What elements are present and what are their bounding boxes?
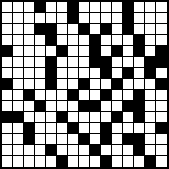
black-cell-r7c14	[156, 79, 167, 90]
black-cell-r1c11	[123, 13, 134, 24]
black-cell-r11c2	[24, 123, 35, 134]
black-cell-r2c7	[79, 24, 90, 35]
white-cell-r11c13[interactable]	[145, 123, 156, 134]
white-cell-r1c9[interactable]	[101, 13, 112, 24]
white-cell-r12c5[interactable]	[57, 134, 68, 145]
white-cell-r3c9[interactable]	[101, 35, 112, 46]
white-cell-r13c6[interactable]	[68, 145, 79, 156]
white-cell-r9c9[interactable]	[101, 101, 112, 112]
white-cell-r10c6[interactable]	[68, 112, 79, 123]
white-cell-r0c12[interactable]	[134, 2, 145, 13]
white-cell-r3c11[interactable]	[123, 35, 134, 46]
white-cell-r2c1[interactable]	[13, 24, 24, 35]
white-cell-r3c2[interactable]	[24, 35, 35, 46]
black-cell-r9c3	[35, 101, 46, 112]
black-cell-r4c12	[134, 46, 145, 57]
white-cell-r0c2[interactable]	[24, 2, 35, 13]
black-cell-r5c13	[145, 57, 156, 68]
white-cell-r14c4[interactable]	[46, 156, 57, 167]
white-cell-r4c4[interactable]	[46, 46, 57, 57]
white-cell-r2c5[interactable]	[57, 24, 68, 35]
black-cell-r7c4	[46, 79, 57, 90]
white-cell-r3c13[interactable]	[145, 35, 156, 46]
white-cell-r14c14[interactable]	[156, 156, 167, 167]
white-cell-r8c7[interactable]	[79, 90, 90, 101]
black-cell-r12c7	[79, 134, 90, 145]
black-cell-r10c12	[134, 112, 145, 123]
white-cell-r5c12[interactable]	[134, 57, 145, 68]
white-cell-r0c5[interactable]	[57, 2, 68, 13]
white-cell-r14c1[interactable]	[13, 156, 24, 167]
black-cell-r8c9	[101, 90, 112, 101]
white-cell-r8c11[interactable]	[123, 90, 134, 101]
white-cell-r14c10[interactable]	[112, 156, 123, 167]
white-cell-r5c1[interactable]	[13, 57, 24, 68]
white-cell-r14c0[interactable]	[2, 156, 13, 167]
white-cell-r6c12[interactable]	[134, 68, 145, 79]
white-cell-r0c14[interactable]	[156, 2, 167, 13]
white-cell-r0c8[interactable]	[90, 2, 101, 13]
white-cell-r14c11[interactable]	[123, 156, 134, 167]
black-cell-r9c7	[79, 101, 90, 112]
white-cell-r14c3[interactable]	[35, 156, 46, 167]
white-cell-r10c7[interactable]	[79, 112, 90, 123]
white-cell-r11c0[interactable]	[2, 123, 13, 134]
white-cell-r5c3[interactable]	[35, 57, 46, 68]
black-cell-r5c4	[46, 57, 57, 68]
white-cell-r14c8[interactable]	[90, 156, 101, 167]
black-cell-r9c11	[123, 101, 134, 112]
white-cell-r12c6[interactable]	[68, 134, 79, 145]
black-cell-r14c5	[57, 156, 68, 167]
black-cell-r10c5	[57, 112, 68, 123]
black-cell-r14c9	[101, 156, 112, 167]
white-cell-r13c2[interactable]	[24, 145, 35, 156]
black-cell-r7c10	[112, 79, 123, 90]
white-cell-r5c11[interactable]	[123, 57, 134, 68]
black-cell-r2c3	[35, 24, 46, 35]
white-cell-r14c2[interactable]	[24, 156, 35, 167]
white-cell-r14c6[interactable]	[68, 156, 79, 167]
white-cell-r0c13[interactable]	[145, 2, 156, 13]
crossword-grid	[0, 0, 169, 169]
white-cell-r2c6[interactable]	[68, 24, 79, 35]
black-cell-r1c6	[68, 13, 79, 24]
white-cell-r6c5[interactable]	[57, 68, 68, 79]
white-cell-r7c11[interactable]	[123, 79, 134, 90]
black-cell-r6c9	[101, 68, 112, 79]
white-cell-r12c13[interactable]	[145, 134, 156, 145]
black-cell-r7c0	[2, 79, 13, 90]
black-cell-r12c2	[24, 134, 35, 145]
white-cell-r12c3[interactable]	[35, 134, 46, 145]
white-cell-r1c0[interactable]	[2, 13, 13, 24]
black-cell-r7c7	[79, 79, 90, 90]
black-cell-r4c14	[156, 46, 167, 57]
black-cell-r8c12	[134, 90, 145, 101]
crossword-board	[0, 0, 169, 169]
black-cell-r3c12	[134, 35, 145, 46]
white-cell-r8c1[interactable]	[13, 90, 24, 101]
black-cell-r2c4	[46, 24, 57, 35]
white-cell-r12c4[interactable]	[46, 134, 57, 145]
white-cell-r5c6[interactable]	[68, 57, 79, 68]
white-cell-r8c5[interactable]	[57, 90, 68, 101]
white-cell-r0c7[interactable]	[79, 2, 90, 13]
white-cell-r3c5[interactable]	[57, 35, 68, 46]
white-cell-r8c14[interactable]	[156, 90, 167, 101]
white-cell-r12c8[interactable]	[90, 134, 101, 145]
white-cell-r9c13[interactable]	[145, 101, 156, 112]
white-cell-r12c10[interactable]	[112, 134, 123, 145]
white-cell-r3c3[interactable]	[35, 35, 46, 46]
white-cell-r0c4[interactable]	[46, 2, 57, 13]
black-cell-r10c1	[13, 112, 24, 123]
black-cell-r0c11	[123, 2, 134, 13]
white-cell-r6c14[interactable]	[156, 68, 167, 79]
white-cell-r8c0[interactable]	[2, 90, 13, 101]
black-cell-r4c10	[112, 46, 123, 57]
white-cell-r13c5[interactable]	[57, 145, 68, 156]
white-cell-r7c9[interactable]	[101, 79, 112, 90]
black-cell-r6c13	[145, 68, 156, 79]
black-cell-r13c8	[90, 145, 101, 156]
white-cell-r1c4[interactable]	[46, 13, 57, 24]
white-cell-r7c13[interactable]	[145, 79, 156, 90]
white-cell-r8c8[interactable]	[90, 90, 101, 101]
white-cell-r10c8[interactable]	[90, 112, 101, 123]
black-cell-r12c11	[123, 134, 134, 145]
white-cell-r14c12[interactable]	[134, 156, 145, 167]
white-cell-r11c8[interactable]	[90, 123, 101, 134]
white-cell-r3c0[interactable]	[2, 35, 13, 46]
white-cell-r1c8[interactable]	[90, 13, 101, 24]
white-cell-r12c14[interactable]	[156, 134, 167, 145]
white-cell-r8c3[interactable]	[35, 90, 46, 101]
white-cell-r4c11[interactable]	[123, 46, 134, 57]
white-cell-r10c9[interactable]	[101, 112, 112, 123]
white-cell-r1c1[interactable]	[13, 13, 24, 24]
black-cell-r11c9	[101, 123, 112, 134]
white-cell-r1c10[interactable]	[112, 13, 123, 24]
white-cell-r9c10[interactable]	[112, 101, 123, 112]
white-cell-r6c8[interactable]	[90, 68, 101, 79]
white-cell-r3c10[interactable]	[112, 35, 123, 46]
white-cell-r6c10[interactable]	[112, 68, 123, 79]
white-cell-r10c14[interactable]	[156, 112, 167, 123]
white-cell-r11c7[interactable]	[79, 123, 90, 134]
white-cell-r2c0[interactable]	[2, 24, 13, 35]
white-cell-r1c3[interactable]	[35, 13, 46, 24]
white-cell-r6c2[interactable]	[24, 68, 35, 79]
white-cell-r13c0[interactable]	[2, 145, 13, 156]
white-cell-r14c7[interactable]	[79, 156, 90, 167]
black-cell-r8c6	[68, 90, 79, 101]
white-cell-r9c4[interactable]	[46, 101, 57, 112]
white-cell-r2c12[interactable]	[134, 24, 145, 35]
white-cell-r7c5[interactable]	[57, 79, 68, 90]
white-cell-r8c13[interactable]	[145, 90, 156, 101]
white-cell-r13c11[interactable]	[123, 145, 134, 156]
white-cell-r5c0[interactable]	[2, 57, 13, 68]
black-cell-r5c9	[101, 57, 112, 68]
black-cell-r0c3	[35, 2, 46, 13]
white-cell-r2c8[interactable]	[90, 24, 101, 35]
white-cell-r3c6[interactable]	[68, 35, 79, 46]
white-cell-r0c1[interactable]	[13, 2, 24, 13]
black-cell-r6c11	[123, 68, 134, 79]
black-cell-r8c2	[24, 90, 35, 101]
white-cell-r5c7[interactable]	[79, 57, 90, 68]
white-cell-r7c2[interactable]	[24, 79, 35, 90]
white-cell-r11c1[interactable]	[13, 123, 24, 134]
white-cell-r4c13[interactable]	[145, 46, 156, 57]
white-cell-r6c7[interactable]	[79, 68, 90, 79]
black-cell-r12c9	[101, 134, 112, 145]
black-cell-r13c12	[134, 145, 145, 156]
black-cell-r11c14	[156, 123, 167, 134]
black-cell-r12c12	[134, 134, 145, 145]
white-cell-r4c3[interactable]	[35, 46, 46, 57]
white-cell-r1c13[interactable]	[145, 13, 156, 24]
white-cell-r1c12[interactable]	[134, 13, 145, 24]
white-cell-r2c2[interactable]	[24, 24, 35, 35]
black-cell-r3c4	[46, 35, 57, 46]
white-cell-r11c3[interactable]	[35, 123, 46, 134]
white-cell-r3c7[interactable]	[79, 35, 90, 46]
white-cell-r2c14[interactable]	[156, 24, 167, 35]
white-cell-r4c1[interactable]	[13, 46, 24, 57]
white-cell-r5c10[interactable]	[112, 57, 123, 68]
black-cell-r11c6	[68, 123, 79, 134]
white-cell-r10c2[interactable]	[24, 112, 35, 123]
white-cell-r1c5[interactable]	[57, 13, 68, 24]
white-cell-r4c9[interactable]	[101, 46, 112, 57]
white-cell-r6c0[interactable]	[2, 68, 13, 79]
white-cell-r1c2[interactable]	[24, 13, 35, 24]
white-cell-r9c14[interactable]	[156, 101, 167, 112]
white-cell-r5c2[interactable]	[24, 57, 35, 68]
white-cell-r7c3[interactable]	[35, 79, 46, 90]
white-cell-r5c5[interactable]	[57, 57, 68, 68]
black-cell-r10c0	[2, 112, 13, 123]
white-cell-r7c1[interactable]	[13, 79, 24, 90]
black-cell-r14c13	[145, 156, 156, 167]
black-cell-r2c9	[101, 24, 112, 35]
white-cell-r13c10[interactable]	[112, 145, 123, 156]
white-cell-r13c9[interactable]	[101, 145, 112, 156]
white-cell-r4c7[interactable]	[79, 46, 90, 57]
black-cell-r13c4	[46, 145, 57, 156]
white-cell-r11c12[interactable]	[134, 123, 145, 134]
white-cell-r6c3[interactable]	[35, 68, 46, 79]
white-cell-r13c14[interactable]	[156, 145, 167, 156]
white-cell-r10c3[interactable]	[35, 112, 46, 123]
white-cell-r4c2[interactable]	[24, 46, 35, 57]
white-cell-r2c13[interactable]	[145, 24, 156, 35]
white-cell-r1c14[interactable]	[156, 13, 167, 24]
black-cell-r0c6	[68, 2, 79, 13]
white-cell-r13c7[interactable]	[79, 145, 90, 156]
white-cell-r11c4[interactable]	[46, 123, 57, 134]
white-cell-r3c1[interactable]	[13, 35, 24, 46]
white-cell-r9c6[interactable]	[68, 101, 79, 112]
white-cell-r10c11[interactable]	[123, 112, 134, 123]
white-cell-r11c10[interactable]	[112, 123, 123, 134]
white-cell-r7c8[interactable]	[90, 79, 101, 90]
white-cell-r4c6[interactable]	[68, 46, 79, 57]
white-cell-r0c9[interactable]	[101, 2, 112, 13]
white-cell-r10c13[interactable]	[145, 112, 156, 123]
white-cell-r7c12[interactable]	[134, 79, 145, 90]
white-cell-r0c10[interactable]	[112, 2, 123, 13]
white-cell-r9c0[interactable]	[2, 101, 13, 112]
white-cell-r11c5[interactable]	[57, 123, 68, 134]
white-cell-r6c1[interactable]	[13, 68, 24, 79]
black-cell-r4c0	[2, 46, 13, 57]
black-cell-r9c12	[134, 101, 145, 112]
white-cell-r9c5[interactable]	[57, 101, 68, 112]
black-cell-r9c8	[90, 101, 101, 112]
white-cell-r1c7[interactable]	[79, 13, 90, 24]
white-cell-r3c14[interactable]	[156, 35, 167, 46]
black-cell-r5c8	[90, 57, 101, 68]
white-cell-r6c6[interactable]	[68, 68, 79, 79]
white-cell-r7c6[interactable]	[68, 79, 79, 90]
black-cell-r6c4	[46, 68, 57, 79]
white-cell-r8c10[interactable]	[112, 90, 123, 101]
white-cell-r9c2[interactable]	[24, 101, 35, 112]
white-cell-r10c4[interactable]	[46, 112, 57, 123]
white-cell-r13c13[interactable]	[145, 145, 156, 156]
white-cell-r8c4[interactable]	[46, 90, 57, 101]
white-cell-r13c3[interactable]	[35, 145, 46, 156]
black-cell-r5c14	[156, 57, 167, 68]
black-cell-r10c10	[112, 112, 123, 123]
white-cell-r12c0[interactable]	[2, 134, 13, 145]
black-cell-r3c8	[90, 35, 101, 46]
white-cell-r12c1[interactable]	[13, 134, 24, 145]
white-cell-r13c1[interactable]	[13, 145, 24, 156]
black-cell-r4c8	[90, 46, 101, 57]
black-cell-r2c11	[123, 24, 134, 35]
white-cell-r0c0[interactable]	[2, 2, 13, 13]
white-cell-r2c10[interactable]	[112, 24, 123, 35]
white-cell-r11c11[interactable]	[123, 123, 134, 134]
black-cell-r4c5	[57, 46, 68, 57]
white-cell-r9c1[interactable]	[13, 101, 24, 112]
